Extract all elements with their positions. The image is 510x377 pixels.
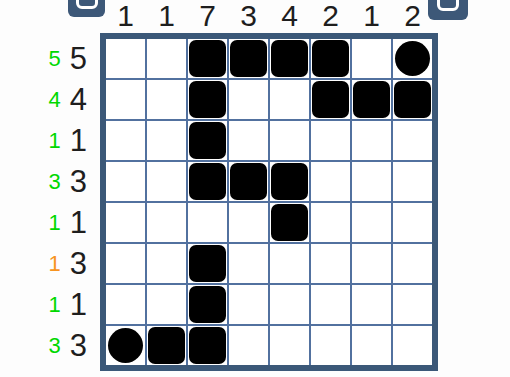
cell-r7c1[interactable] [106, 285, 145, 324]
cell-r4c6[interactable] [311, 162, 350, 201]
filled-circle [395, 41, 430, 76]
cell-r8c1[interactable] [106, 326, 145, 365]
filled-square [189, 245, 226, 282]
rounded-rect-icon [76, 0, 98, 9]
cell-r2c2[interactable] [147, 80, 186, 119]
cell-r4c1[interactable] [106, 162, 145, 201]
cell-r1c8[interactable] [393, 39, 432, 78]
cell-r3c2[interactable] [147, 121, 186, 160]
cell-r7c3[interactable] [188, 285, 227, 324]
row-current-count-8: 3 [49, 333, 61, 359]
cell-r8c6[interactable] [311, 326, 350, 365]
cell-r7c6[interactable] [311, 285, 350, 324]
row-clue-3: 11 [0, 121, 100, 160]
column-clue-8: 2 [393, 0, 432, 32]
row-clue-4: 33 [0, 162, 100, 201]
column-clue-1: 1 [106, 0, 145, 32]
column-clue-5: 4 [270, 0, 309, 32]
column-clue-4: 3 [229, 0, 268, 32]
row-current-count-6: 1 [49, 251, 61, 277]
column-clue-3: 7 [188, 0, 227, 32]
cell-r6c3[interactable] [188, 244, 227, 283]
filled-square [189, 327, 226, 364]
cell-r2c4[interactable] [229, 80, 268, 119]
row-clues: 5544113311131133 [0, 39, 100, 365]
filled-square [230, 163, 267, 200]
row-current-count-1: 5 [49, 46, 61, 72]
cell-r1c1[interactable] [106, 39, 145, 78]
cell-r2c5[interactable] [270, 80, 309, 119]
cell-r1c6[interactable] [311, 39, 350, 78]
cell-r2c7[interactable] [352, 80, 391, 119]
cell-r8c5[interactable] [270, 326, 309, 365]
cell-r5c6[interactable] [311, 203, 350, 242]
filled-square [189, 286, 226, 323]
nonogram-screen: 11734212 5544113311131133 [0, 0, 510, 377]
cell-r4c4[interactable] [229, 162, 268, 201]
cell-r6c2[interactable] [147, 244, 186, 283]
cell-r7c8[interactable] [393, 285, 432, 324]
cell-r1c2[interactable] [147, 39, 186, 78]
filled-square [271, 40, 308, 77]
cell-r3c5[interactable] [270, 121, 309, 160]
cell-r2c6[interactable] [311, 80, 350, 119]
row-clue-number-6: 3 [70, 246, 87, 282]
filled-circle [108, 328, 143, 363]
filled-square [189, 40, 226, 77]
row-clue-7: 11 [0, 285, 100, 324]
cell-r6c1[interactable] [106, 244, 145, 283]
cell-r6c4[interactable] [229, 244, 268, 283]
cell-r3c8[interactable] [393, 121, 432, 160]
row-current-count-5: 1 [49, 210, 61, 236]
cell-r2c8[interactable] [393, 80, 432, 119]
cell-r5c2[interactable] [147, 203, 186, 242]
cell-r6c6[interactable] [311, 244, 350, 283]
cell-r3c4[interactable] [229, 121, 268, 160]
row-clue-8: 33 [0, 326, 100, 365]
cell-r4c7[interactable] [352, 162, 391, 201]
cell-r3c1[interactable] [106, 121, 145, 160]
filled-square [271, 163, 308, 200]
cell-r8c4[interactable] [229, 326, 268, 365]
row-clue-number-7: 1 [70, 287, 87, 323]
cell-r5c8[interactable] [393, 203, 432, 242]
cell-r1c5[interactable] [270, 39, 309, 78]
cell-r4c8[interactable] [393, 162, 432, 201]
cell-r7c2[interactable] [147, 285, 186, 324]
row-clue-number-8: 3 [70, 328, 87, 364]
cell-r2c1[interactable] [106, 80, 145, 119]
row-clue-1: 55 [0, 39, 100, 78]
filled-square [189, 122, 226, 159]
cell-r5c4[interactable] [229, 203, 268, 242]
cell-r6c5[interactable] [270, 244, 309, 283]
cell-r5c7[interactable] [352, 203, 391, 242]
filled-square [312, 40, 349, 77]
cell-r3c7[interactable] [352, 121, 391, 160]
filled-square [271, 204, 308, 241]
cell-r6c8[interactable] [393, 244, 432, 283]
cell-r3c3[interactable] [188, 121, 227, 160]
column-clue-6: 2 [311, 0, 350, 32]
row-current-count-4: 3 [49, 169, 61, 195]
row-current-count-2: 4 [49, 87, 61, 113]
column-clue-7: 1 [352, 0, 391, 32]
cell-r5c1[interactable] [106, 203, 145, 242]
filled-square [189, 81, 226, 118]
toolbar-right-button[interactable] [428, 0, 468, 20]
cell-r8c2[interactable] [147, 326, 186, 365]
row-clue-number-5: 1 [70, 205, 87, 241]
filled-square [353, 81, 390, 118]
row-clue-number-2: 4 [70, 82, 87, 118]
row-clue-6: 13 [0, 244, 100, 283]
cell-r7c4[interactable] [229, 285, 268, 324]
puzzle-board [100, 33, 438, 371]
row-clue-2: 44 [0, 80, 100, 119]
row-clue-number-4: 3 [70, 164, 87, 200]
cell-r1c4[interactable] [229, 39, 268, 78]
cell-r6c7[interactable] [352, 244, 391, 283]
column-clue-2: 1 [147, 0, 186, 32]
cell-r3c6[interactable] [311, 121, 350, 160]
filled-square [394, 81, 431, 118]
cell-r7c5[interactable] [270, 285, 309, 324]
filled-square [230, 40, 267, 77]
filled-square [189, 163, 226, 200]
filled-square [148, 327, 185, 364]
cell-r2c3[interactable] [188, 80, 227, 119]
cell-r4c3[interactable] [188, 162, 227, 201]
cell-r8c3[interactable] [188, 326, 227, 365]
cell-r7c7[interactable] [352, 285, 391, 324]
cell-r5c3[interactable] [188, 203, 227, 242]
cell-r8c7[interactable] [352, 326, 391, 365]
cell-r4c5[interactable] [270, 162, 309, 201]
row-clue-5: 11 [0, 203, 100, 242]
toolbar-left-button[interactable] [68, 0, 105, 17]
cell-r1c3[interactable] [188, 39, 227, 78]
cell-r8c8[interactable] [393, 326, 432, 365]
row-current-count-3: 1 [49, 128, 61, 154]
cell-r1c7[interactable] [352, 39, 391, 78]
row-clue-number-1: 5 [70, 41, 87, 77]
filled-square [312, 81, 349, 118]
cell-r5c5[interactable] [270, 203, 309, 242]
row-current-count-7: 1 [49, 292, 61, 318]
row-clue-number-3: 1 [70, 123, 87, 159]
rounded-rect-icon [437, 0, 459, 11]
column-clues: 11734212 [106, 0, 432, 32]
cell-r4c2[interactable] [147, 162, 186, 201]
